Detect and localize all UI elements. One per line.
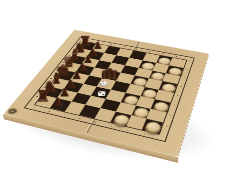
- chess-rook-dark: ♜: [36, 89, 50, 105]
- square-c1: [64, 102, 85, 115]
- checker-dark: [111, 70, 117, 79]
- dark-checkers-stack: [101, 67, 117, 79]
- square-h2: [147, 109, 167, 123]
- checker-light: [144, 121, 162, 134]
- die-2: [97, 91, 105, 96]
- rosette-ornament: ❁: [5, 107, 20, 117]
- checker-light: [161, 83, 177, 93]
- chess-pawn-dark: ♟: [53, 96, 64, 108]
- product-photo: ❁ ♜♟♞♟♝♟♛♟♚♟♝♟♞♟♜♟: [0, 0, 238, 180]
- board-grid: ♜♟♞♟♝♟♛♟♚♟♝♟♞♟♜♟: [34, 41, 187, 135]
- square-h1: [142, 119, 163, 134]
- checker-light: [122, 94, 139, 105]
- die-1: [99, 80, 109, 86]
- scene: ❁ ♜♟♞♟♝♟♛♟♚♟♝♟♞♟♜♟: [36, 1, 196, 161]
- square-h6: [163, 73, 181, 84]
- square-g1: [126, 115, 147, 129]
